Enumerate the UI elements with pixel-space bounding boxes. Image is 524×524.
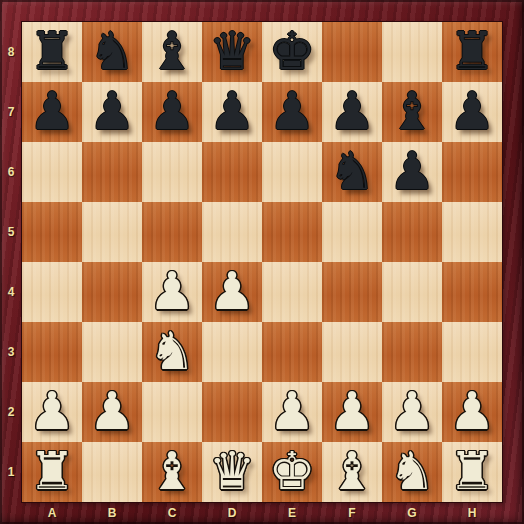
square-h5[interactable]: [442, 202, 502, 262]
square-g8[interactable]: [382, 22, 442, 82]
square-e7[interactable]: ♟: [262, 82, 322, 142]
file-label-b: B: [82, 501, 142, 524]
square-h2[interactable]: ♟: [442, 382, 502, 442]
square-g1[interactable]: ♞: [382, 442, 442, 502]
square-d1[interactable]: ♛: [202, 442, 262, 502]
square-a6[interactable]: [22, 142, 82, 202]
file-label-e: E: [262, 501, 322, 524]
square-e1[interactable]: ♚: [262, 442, 322, 502]
chess-board: ♜♞♝♛♚♜♟♟♟♟♟♟♝♟♞♟♟♟♞♟♟♟♟♟♟♜♝♛♚♝♞♜: [22, 22, 502, 502]
square-a2[interactable]: ♟: [22, 382, 82, 442]
piece-black-pawn[interactable]: ♟: [142, 82, 202, 142]
piece-white-king[interactable]: ♚: [262, 442, 322, 502]
piece-black-pawn[interactable]: ♟: [322, 82, 382, 142]
piece-white-pawn[interactable]: ♟: [442, 382, 502, 442]
square-a8[interactable]: ♜: [22, 22, 82, 82]
piece-black-bishop[interactable]: ♝: [142, 22, 202, 82]
piece-black-knight[interactable]: ♞: [322, 142, 382, 202]
square-h8[interactable]: ♜: [442, 22, 502, 82]
square-h7[interactable]: ♟: [442, 82, 502, 142]
piece-black-bishop[interactable]: ♝: [382, 82, 442, 142]
square-h3[interactable]: [442, 322, 502, 382]
piece-black-pawn[interactable]: ♟: [262, 82, 322, 142]
piece-white-bishop[interactable]: ♝: [142, 442, 202, 502]
square-c5[interactable]: [142, 202, 202, 262]
square-e4[interactable]: [262, 262, 322, 322]
square-d5[interactable]: [202, 202, 262, 262]
rank-label-6: 6: [0, 142, 22, 202]
piece-white-pawn[interactable]: ♟: [382, 382, 442, 442]
rank-label-7: 7: [0, 82, 22, 142]
square-f4[interactable]: [322, 262, 382, 322]
square-h4[interactable]: [442, 262, 502, 322]
piece-white-pawn[interactable]: ♟: [322, 382, 382, 442]
piece-white-bishop[interactable]: ♝: [322, 442, 382, 502]
square-e2[interactable]: ♟: [262, 382, 322, 442]
square-f1[interactable]: ♝: [322, 442, 382, 502]
square-f5[interactable]: [322, 202, 382, 262]
square-d2[interactable]: [202, 382, 262, 442]
rank-labels: 87654321: [0, 22, 22, 502]
square-b7[interactable]: ♟: [82, 82, 142, 142]
square-f6[interactable]: ♞: [322, 142, 382, 202]
piece-black-pawn[interactable]: ♟: [82, 82, 142, 142]
square-g6[interactable]: ♟: [382, 142, 442, 202]
piece-white-knight[interactable]: ♞: [142, 322, 202, 382]
piece-white-pawn[interactable]: ♟: [262, 382, 322, 442]
rank-label-2: 2: [0, 382, 22, 442]
square-f3[interactable]: [322, 322, 382, 382]
piece-black-pawn[interactable]: ♟: [22, 82, 82, 142]
square-e6[interactable]: [262, 142, 322, 202]
piece-black-rook[interactable]: ♜: [442, 22, 502, 82]
piece-white-pawn[interactable]: ♟: [202, 262, 262, 322]
rank-label-3: 3: [0, 322, 22, 382]
piece-black-pawn[interactable]: ♟: [442, 82, 502, 142]
piece-black-knight[interactable]: ♞: [82, 22, 142, 82]
square-g3[interactable]: [382, 322, 442, 382]
square-a1[interactable]: ♜: [22, 442, 82, 502]
square-a3[interactable]: [22, 322, 82, 382]
file-label-g: G: [382, 501, 442, 524]
file-label-d: D: [202, 501, 262, 524]
square-b3[interactable]: [82, 322, 142, 382]
square-c1[interactable]: ♝: [142, 442, 202, 502]
chess-board-frame: 87654321 ♜♞♝♛♚♜♟♟♟♟♟♟♝♟♞♟♟♟♞♟♟♟♟♟♟♜♝♛♚♝♞…: [0, 0, 524, 524]
rank-label-4: 4: [0, 262, 22, 322]
square-h1[interactable]: ♜: [442, 442, 502, 502]
square-e3[interactable]: [262, 322, 322, 382]
square-c7[interactable]: ♟: [142, 82, 202, 142]
file-label-f: F: [322, 501, 382, 524]
square-b8[interactable]: ♞: [82, 22, 142, 82]
rank-label-1: 1: [0, 442, 22, 502]
square-c4[interactable]: ♟: [142, 262, 202, 322]
square-g7[interactable]: ♝: [382, 82, 442, 142]
square-h6[interactable]: [442, 142, 502, 202]
square-e8[interactable]: ♚: [262, 22, 322, 82]
square-b4[interactable]: [82, 262, 142, 322]
square-a4[interactable]: [22, 262, 82, 322]
piece-white-queen[interactable]: ♛: [202, 442, 262, 502]
square-a7[interactable]: ♟: [22, 82, 82, 142]
square-g5[interactable]: [382, 202, 442, 262]
piece-white-rook[interactable]: ♜: [22, 442, 82, 502]
piece-white-pawn[interactable]: ♟: [142, 262, 202, 322]
square-f7[interactable]: ♟: [322, 82, 382, 142]
square-f8[interactable]: [322, 22, 382, 82]
rank-label-8: 8: [0, 22, 22, 82]
piece-white-rook[interactable]: ♜: [442, 442, 502, 502]
file-label-h: H: [442, 501, 502, 524]
square-d6[interactable]: [202, 142, 262, 202]
file-label-c: C: [142, 501, 202, 524]
square-c2[interactable]: [142, 382, 202, 442]
square-a5[interactable]: [22, 202, 82, 262]
square-d7[interactable]: ♟: [202, 82, 262, 142]
square-b5[interactable]: [82, 202, 142, 262]
piece-black-rook[interactable]: ♜: [22, 22, 82, 82]
square-e5[interactable]: [262, 202, 322, 262]
square-d8[interactable]: ♛: [202, 22, 262, 82]
file-label-a: A: [22, 501, 82, 524]
square-g4[interactable]: [382, 262, 442, 322]
rank-label-5: 5: [0, 202, 22, 262]
piece-black-queen[interactable]: ♛: [202, 22, 262, 82]
piece-white-knight[interactable]: ♞: [382, 442, 442, 502]
square-c8[interactable]: ♝: [142, 22, 202, 82]
square-b6[interactable]: [82, 142, 142, 202]
piece-black-pawn[interactable]: ♟: [382, 142, 442, 202]
square-c3[interactable]: ♞: [142, 322, 202, 382]
file-labels: ABCDEFGH: [22, 501, 502, 524]
piece-black-pawn[interactable]: ♟: [202, 82, 262, 142]
square-b2[interactable]: ♟: [82, 382, 142, 442]
piece-white-pawn[interactable]: ♟: [22, 382, 82, 442]
square-d3[interactable]: [202, 322, 262, 382]
square-f2[interactable]: ♟: [322, 382, 382, 442]
square-g2[interactable]: ♟: [382, 382, 442, 442]
piece-white-pawn[interactable]: ♟: [82, 382, 142, 442]
square-b1[interactable]: [82, 442, 142, 502]
square-c6[interactable]: [142, 142, 202, 202]
piece-black-king[interactable]: ♚: [262, 22, 322, 82]
square-d4[interactable]: ♟: [202, 262, 262, 322]
